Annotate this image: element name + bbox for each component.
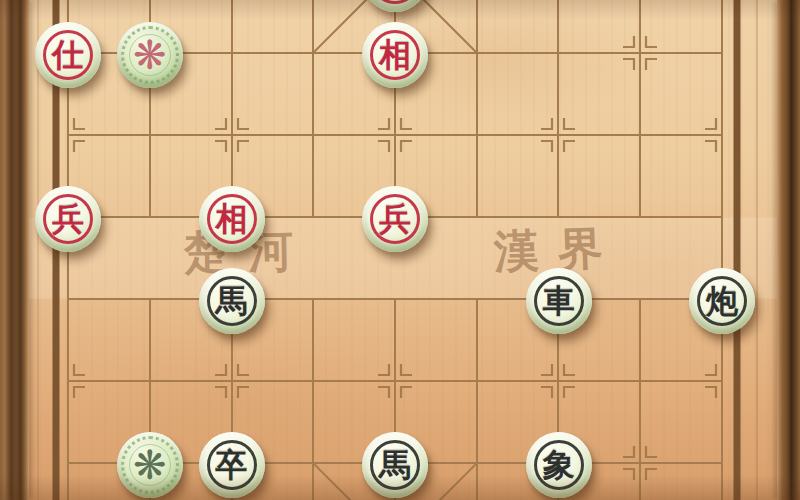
piece-character: 卒 bbox=[199, 432, 265, 498]
piece-character: 馬 bbox=[362, 432, 428, 498]
piece-red-elephant[interactable]: 相 bbox=[199, 186, 265, 252]
piece-back-flower-icon: ❋ bbox=[117, 22, 183, 88]
piece-red-pawn[interactable]: 兵 bbox=[362, 186, 428, 252]
piece-black-horse[interactable]: 馬 bbox=[362, 432, 428, 498]
piece-character: 相 bbox=[362, 22, 428, 88]
piece-character: 馬 bbox=[199, 268, 265, 334]
piece-character: 炮 bbox=[689, 268, 755, 334]
piece-back-flower-icon: ❋ bbox=[117, 432, 183, 498]
table-frame-left bbox=[0, 0, 29, 500]
piece-black-facedown[interactable]: ❋ bbox=[117, 432, 183, 498]
piece-red-hidden-top-edge[interactable] bbox=[362, 0, 428, 12]
piece-character: 兵 bbox=[362, 186, 428, 252]
piece-character: 象 bbox=[526, 432, 592, 498]
piece-red-facedown[interactable]: ❋ bbox=[117, 22, 183, 88]
piece-black-cannon[interactable]: 炮 bbox=[689, 268, 755, 334]
piece-red-elephant[interactable]: 相 bbox=[362, 22, 428, 88]
piece-character: 相 bbox=[199, 186, 265, 252]
piece-black-pawn[interactable]: 卒 bbox=[199, 432, 265, 498]
piece-red-advisor[interactable]: 仕 bbox=[35, 22, 101, 88]
piece-black-elephant[interactable]: 象 bbox=[526, 432, 592, 498]
piece-black-chariot[interactable]: 車 bbox=[526, 268, 592, 334]
piece-character: 兵 bbox=[35, 186, 101, 252]
piece-character: 車 bbox=[526, 268, 592, 334]
pieces-grid: 仕❋相兵相兵馬車炮❋卒馬象 bbox=[27, 0, 763, 500]
table-frame-right bbox=[777, 0, 800, 500]
piece-character: 仕 bbox=[35, 22, 101, 88]
piece-engraved-ring bbox=[370, 0, 420, 4]
piece-red-pawn[interactable]: 兵 bbox=[35, 186, 101, 252]
piece-black-horse[interactable]: 馬 bbox=[199, 268, 265, 334]
xiangqi-board[interactable]: 楚河 漢界 仕❋相兵相兵馬車炮❋卒馬象 bbox=[0, 0, 800, 500]
